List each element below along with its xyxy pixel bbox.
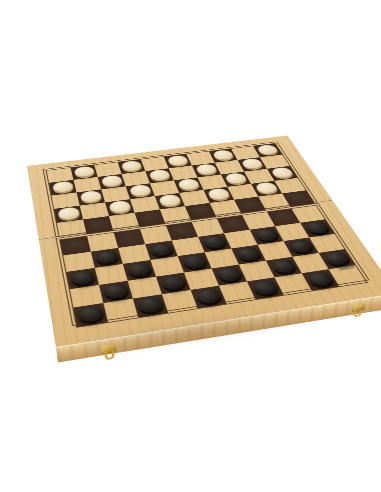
checker-piece-light xyxy=(253,181,278,194)
checker-piece-light xyxy=(108,200,132,214)
checker-piece-dark xyxy=(193,286,222,304)
checker-piece-light xyxy=(255,144,278,155)
checker-piece-dark xyxy=(136,295,164,314)
checker-piece-dark xyxy=(159,273,187,290)
checker-piece-dark xyxy=(126,261,153,278)
checker-piece-dark xyxy=(201,234,228,249)
checker-piece-dark xyxy=(76,304,104,323)
checker-piece-light xyxy=(51,180,73,193)
checker-piece-dark xyxy=(250,278,280,296)
checker-piece-dark xyxy=(148,241,174,257)
checker-piece-dark xyxy=(94,249,120,265)
checker-piece-light xyxy=(211,149,234,160)
checker-piece-light xyxy=(166,155,189,166)
clasp-hook xyxy=(354,309,363,317)
checker-piece-dark xyxy=(180,253,207,269)
checker-piece-light xyxy=(148,169,171,181)
checker-piece-dark xyxy=(252,227,279,242)
checker-piece-light xyxy=(73,166,95,178)
checker-piece-light xyxy=(157,193,181,206)
checker-piece-light xyxy=(128,184,151,197)
checker-piece-light xyxy=(79,190,102,203)
checker-piece-dark xyxy=(234,245,262,261)
checker-piece-dark xyxy=(321,250,350,266)
checker-piece-light xyxy=(240,158,264,170)
checker-piece-light xyxy=(223,172,247,184)
checker-piece-dark xyxy=(214,265,242,282)
checker-piece-dark xyxy=(69,269,95,286)
checker-piece-dark xyxy=(269,257,298,274)
checker-piece-light xyxy=(206,187,231,200)
checker-piece-light xyxy=(269,166,294,178)
checker-piece-dark xyxy=(102,282,129,300)
checker-piece-light xyxy=(57,206,80,220)
checker-piece-dark xyxy=(303,220,331,235)
brass-clasp-right xyxy=(350,303,365,319)
checker-piece-light xyxy=(100,175,123,187)
checker-piece-light xyxy=(176,178,200,191)
board-square xyxy=(73,303,108,327)
checker-piece-light xyxy=(120,160,142,172)
checker-piece-light xyxy=(194,163,217,175)
